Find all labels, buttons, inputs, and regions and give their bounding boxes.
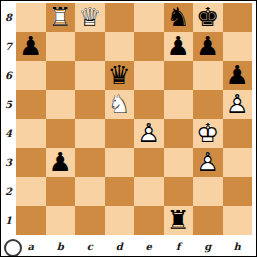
square-g8[interactable]: ♚︎	[193, 3, 223, 32]
rank-label-5: 5	[1, 90, 16, 119]
square-c7[interactable]	[75, 32, 105, 61]
square-g5[interactable]	[193, 90, 223, 119]
black-pawn[interactable]: ♟︎	[16, 32, 46, 61]
square-a4[interactable]	[16, 119, 46, 148]
square-f7[interactable]: ♟︎	[164, 32, 194, 61]
square-f6[interactable]	[164, 61, 194, 90]
black-queen[interactable]: ♛︎	[105, 61, 135, 90]
square-d4[interactable]	[105, 119, 135, 148]
square-d1[interactable]	[105, 206, 135, 235]
piece-outline-layer: ♘︎	[105, 90, 135, 119]
square-b4[interactable]	[46, 119, 76, 148]
square-h8[interactable]	[223, 3, 253, 32]
square-g6[interactable]	[193, 61, 223, 90]
square-a1[interactable]	[16, 206, 46, 235]
square-h7[interactable]	[223, 32, 253, 61]
square-f8[interactable]: ♞︎	[164, 3, 194, 32]
square-g4[interactable]: ♚︎♔︎	[193, 119, 223, 148]
piece-outline-layer: ♙︎	[223, 90, 253, 119]
square-a6[interactable]	[16, 61, 46, 90]
file-label-g: g	[193, 237, 223, 255]
chess-diagram: 87654321 ♜︎♖︎♛︎♕︎♞︎♚︎♟︎♟︎♟︎♛︎♟︎♞︎♘︎♟︎♙︎♟…	[0, 0, 257, 257]
black-king[interactable]: ♚︎	[193, 3, 223, 32]
file-label-d: d	[105, 237, 135, 255]
square-g1[interactable]	[193, 206, 223, 235]
square-a3[interactable]	[16, 148, 46, 177]
black-pawn[interactable]: ♟︎	[164, 32, 194, 61]
square-f4[interactable]	[164, 119, 194, 148]
square-b3[interactable]: ♟︎	[46, 148, 76, 177]
piece-outline-layer: ♔︎	[193, 119, 223, 148]
black-pawn[interactable]: ♟︎	[46, 148, 76, 177]
square-c3[interactable]	[75, 148, 105, 177]
square-h2[interactable]	[223, 177, 253, 206]
file-label-b: b	[46, 237, 76, 255]
piece-outline-layer: ♖︎	[46, 3, 76, 32]
square-f1[interactable]: ♜︎	[164, 206, 194, 235]
black-pawn[interactable]: ♟︎	[193, 32, 223, 61]
piece-outline-layer: ♙︎	[134, 119, 164, 148]
square-c1[interactable]	[75, 206, 105, 235]
white-pawn[interactable]: ♟︎♙︎	[134, 119, 164, 148]
file-label-e: e	[134, 237, 164, 255]
square-d7[interactable]	[105, 32, 135, 61]
rank-label-4: 4	[1, 119, 16, 148]
file-label-f: f	[164, 237, 194, 255]
square-c2[interactable]	[75, 177, 105, 206]
square-h1[interactable]	[223, 206, 253, 235]
white-queen[interactable]: ♛︎♕︎	[75, 3, 105, 32]
square-e2[interactable]	[134, 177, 164, 206]
rank-label-1: 1	[1, 206, 16, 235]
square-e3[interactable]	[134, 148, 164, 177]
square-h4[interactable]	[223, 119, 253, 148]
white-knight[interactable]: ♞︎♘︎	[105, 90, 135, 119]
square-c8[interactable]: ♛︎♕︎	[75, 3, 105, 32]
square-h3[interactable]	[223, 148, 253, 177]
square-c5[interactable]	[75, 90, 105, 119]
square-b2[interactable]	[46, 177, 76, 206]
square-a7[interactable]: ♟︎	[16, 32, 46, 61]
rank-label-6: 6	[1, 61, 16, 90]
square-f3[interactable]	[164, 148, 194, 177]
white-to-move-indicator	[4, 239, 22, 257]
square-g3[interactable]: ♟︎♙︎	[193, 148, 223, 177]
rank-labels: 87654321	[1, 3, 16, 235]
piece-outline-layer: ♙︎	[193, 148, 223, 177]
rank-label-3: 3	[1, 148, 16, 177]
black-knight[interactable]: ♞︎	[164, 3, 194, 32]
white-king[interactable]: ♚︎♔︎	[193, 119, 223, 148]
white-pawn[interactable]: ♟︎♙︎	[223, 90, 253, 119]
square-h5[interactable]: ♟︎♙︎	[223, 90, 253, 119]
square-e8[interactable]	[134, 3, 164, 32]
square-d2[interactable]	[105, 177, 135, 206]
square-e1[interactable]	[134, 206, 164, 235]
square-c6[interactable]	[75, 61, 105, 90]
square-e7[interactable]	[134, 32, 164, 61]
file-labels: abcdefgh	[16, 237, 252, 255]
black-rook[interactable]: ♜︎	[164, 206, 194, 235]
file-label-c: c	[75, 237, 105, 255]
square-c4[interactable]	[75, 119, 105, 148]
piece-outline-layer: ♕︎	[75, 3, 105, 32]
square-a2[interactable]	[16, 177, 46, 206]
square-f2[interactable]	[164, 177, 194, 206]
white-pawn[interactable]: ♟︎♙︎	[193, 148, 223, 177]
board: ♜︎♖︎♛︎♕︎♞︎♚︎♟︎♟︎♟︎♛︎♟︎♞︎♘︎♟︎♙︎♟︎♙︎♚︎♔︎♟︎…	[16, 3, 252, 235]
square-g2[interactable]	[193, 177, 223, 206]
black-pawn[interactable]: ♟︎	[223, 61, 253, 90]
square-e6[interactable]	[134, 61, 164, 90]
rank-label-8: 8	[1, 3, 16, 32]
square-e5[interactable]	[134, 90, 164, 119]
square-b6[interactable]	[46, 61, 76, 90]
white-rook[interactable]: ♜︎♖︎	[46, 3, 76, 32]
square-d6[interactable]: ♛︎	[105, 61, 135, 90]
square-g7[interactable]: ♟︎	[193, 32, 223, 61]
square-d8[interactable]	[105, 3, 135, 32]
file-label-h: h	[223, 237, 253, 255]
square-d3[interactable]	[105, 148, 135, 177]
rank-label-2: 2	[1, 177, 16, 206]
square-a5[interactable]	[16, 90, 46, 119]
square-a8[interactable]	[16, 3, 46, 32]
square-d5[interactable]: ♞︎♘︎	[105, 90, 135, 119]
rank-label-7: 7	[1, 32, 16, 61]
square-h6[interactable]: ♟︎	[223, 61, 253, 90]
square-b5[interactable]	[46, 90, 76, 119]
square-b8[interactable]: ♜︎♖︎	[46, 3, 76, 32]
square-b7[interactable]	[46, 32, 76, 61]
square-b1[interactable]	[46, 206, 76, 235]
square-e4[interactable]: ♟︎♙︎	[134, 119, 164, 148]
square-f5[interactable]	[164, 90, 194, 119]
